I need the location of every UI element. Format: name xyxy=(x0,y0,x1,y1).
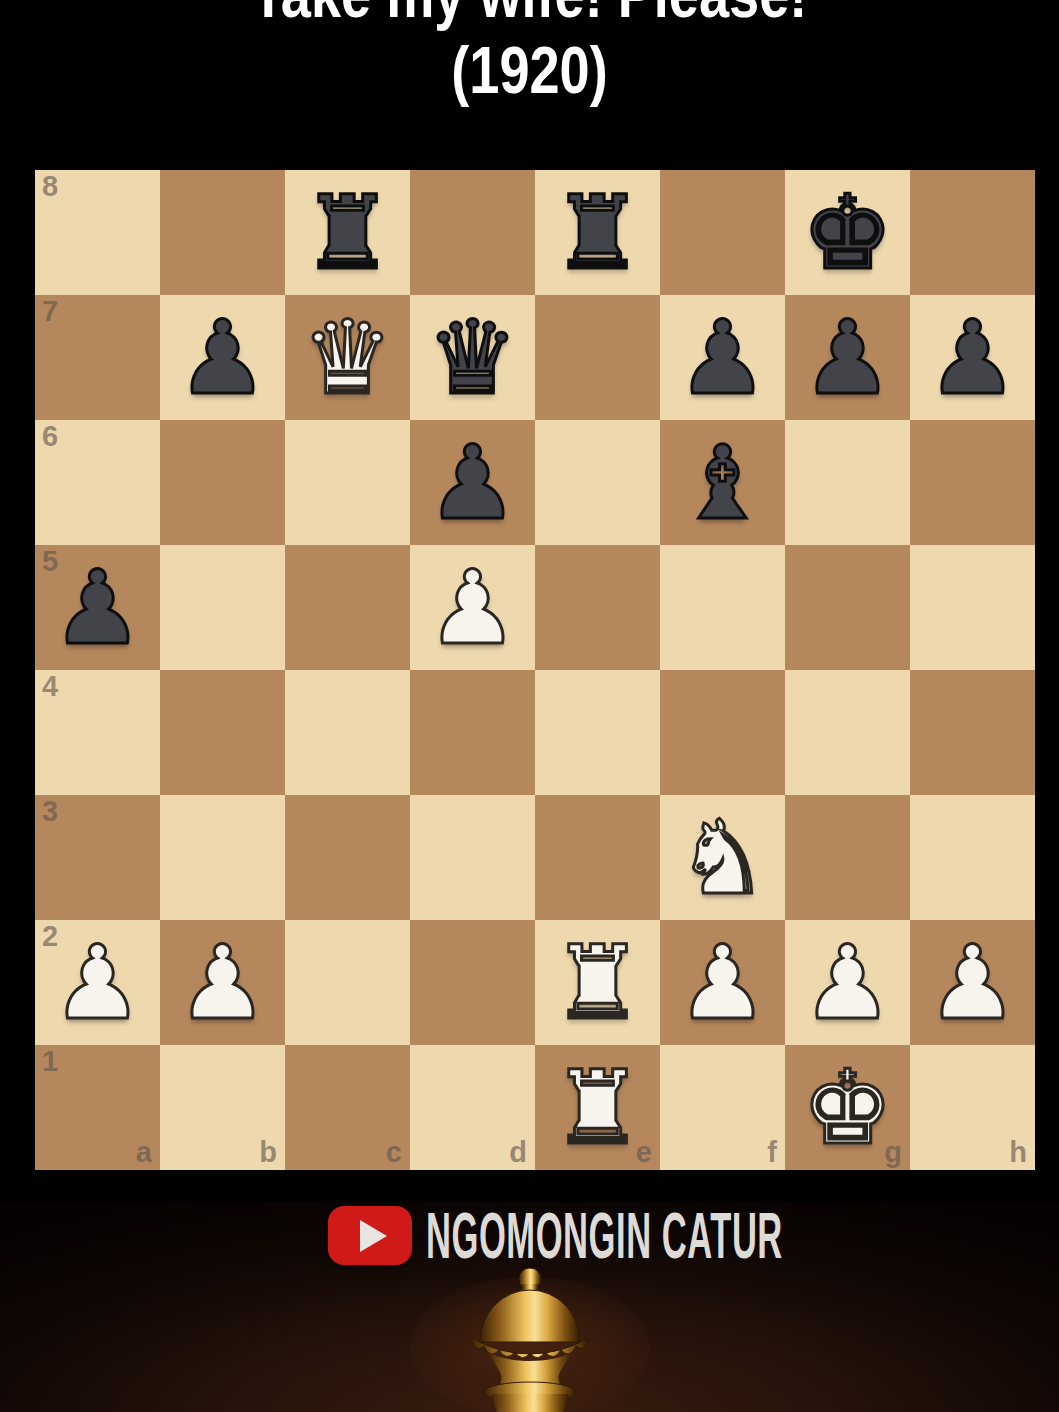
black-bishop: ♝ xyxy=(660,420,785,545)
square-f4 xyxy=(660,670,785,795)
file-label-h: h xyxy=(1009,1138,1027,1167)
square-c1: c xyxy=(285,1045,410,1170)
square-c6 xyxy=(285,420,410,545)
white-pawn: ♟ xyxy=(910,920,1035,1045)
square-d8 xyxy=(410,170,535,295)
square-b4 xyxy=(160,670,285,795)
square-g5 xyxy=(785,545,910,670)
square-b5 xyxy=(160,545,285,670)
square-e2: ♜ xyxy=(535,920,660,1045)
square-e5 xyxy=(535,545,660,670)
square-h1: h xyxy=(910,1045,1035,1170)
square-a7: 7 xyxy=(35,295,160,420)
square-f3: ♞ xyxy=(660,795,785,920)
square-e7 xyxy=(535,295,660,420)
square-d4 xyxy=(410,670,535,795)
white-pawn: ♟ xyxy=(660,920,785,1045)
square-f2: ♟ xyxy=(660,920,785,1045)
play-triangle-icon xyxy=(360,1220,387,1252)
black-pawn: ♟ xyxy=(35,545,160,670)
square-c7: ♛ xyxy=(285,295,410,420)
square-f1: f xyxy=(660,1045,785,1170)
white-queen: ♛ xyxy=(285,295,410,420)
square-d3 xyxy=(410,795,535,920)
square-e6 xyxy=(535,420,660,545)
black-pawn: ♟ xyxy=(785,295,910,420)
rank-label-6: 6 xyxy=(42,422,58,451)
square-d7: ♛ xyxy=(410,295,535,420)
square-b7: ♟ xyxy=(160,295,285,420)
youtube-play-icon xyxy=(328,1206,412,1265)
black-pawn: ♟ xyxy=(410,420,535,545)
title-line-2: (1920) xyxy=(95,32,963,108)
square-a8: 8 xyxy=(35,170,160,295)
white-king: ♚ xyxy=(785,1045,910,1170)
white-pawn: ♟ xyxy=(410,545,535,670)
square-c8: ♜ xyxy=(285,170,410,295)
square-b3 xyxy=(160,795,285,920)
file-label-a: a xyxy=(136,1138,152,1167)
square-a2: 2♟ xyxy=(35,920,160,1045)
square-d1: d xyxy=(410,1045,535,1170)
square-h4 xyxy=(910,670,1035,795)
black-pawn: ♟ xyxy=(160,295,285,420)
square-h3 xyxy=(910,795,1035,920)
square-a1: 1a xyxy=(35,1045,160,1170)
square-b6 xyxy=(160,420,285,545)
square-e8: ♜ xyxy=(535,170,660,295)
square-g3 xyxy=(785,795,910,920)
rank-label-8: 8 xyxy=(42,172,58,201)
white-rook: ♜ xyxy=(535,1045,660,1170)
rank-label-1: 1 xyxy=(42,1047,58,1076)
title-block: Take my wife! Please! (1920) xyxy=(0,0,1059,108)
square-d5: ♟ xyxy=(410,545,535,670)
square-b1: b xyxy=(160,1045,285,1170)
chess-board: 8♜♜♚7♟♛♛♟♟♟6♟♝5♟♟43♞2♟♟♜♟♟♟1abcde♜fg♚h xyxy=(35,170,1035,1170)
file-label-d: d xyxy=(509,1138,527,1167)
black-rook: ♜ xyxy=(535,170,660,295)
square-g7: ♟ xyxy=(785,295,910,420)
square-a3: 3 xyxy=(35,795,160,920)
rank-label-4: 4 xyxy=(42,672,58,701)
square-h7: ♟ xyxy=(910,295,1035,420)
black-rook: ♜ xyxy=(285,170,410,295)
white-pawn: ♟ xyxy=(35,920,160,1045)
footer-banner: NGOMONGIN CATUR xyxy=(0,1202,1059,1412)
square-h6 xyxy=(910,420,1035,545)
file-label-c: c xyxy=(386,1138,402,1167)
rank-label-3: 3 xyxy=(42,797,58,826)
file-label-b: b xyxy=(259,1138,277,1167)
square-g4 xyxy=(785,670,910,795)
rank-label-7: 7 xyxy=(42,297,58,326)
square-f7: ♟ xyxy=(660,295,785,420)
square-g1: g♚ xyxy=(785,1045,910,1170)
square-e4 xyxy=(535,670,660,795)
video-frame: Take my wife! Please! (1920) 8♜♜♚7♟♛♛♟♟♟… xyxy=(0,0,1059,1412)
square-c5 xyxy=(285,545,410,670)
title-line-1: Take my wife! Please! xyxy=(95,0,963,32)
white-rook: ♜ xyxy=(535,920,660,1045)
square-h5 xyxy=(910,545,1035,670)
square-g2: ♟ xyxy=(785,920,910,1045)
square-d2 xyxy=(410,920,535,1045)
black-pawn: ♟ xyxy=(660,295,785,420)
square-h2: ♟ xyxy=(910,920,1035,1045)
black-pawn: ♟ xyxy=(910,295,1035,420)
square-a6: 6 xyxy=(35,420,160,545)
square-h8 xyxy=(910,170,1035,295)
square-c3 xyxy=(285,795,410,920)
square-g6 xyxy=(785,420,910,545)
white-knight: ♞ xyxy=(660,795,785,920)
black-queen: ♛ xyxy=(410,295,535,420)
square-a5: 5♟ xyxy=(35,545,160,670)
square-f8 xyxy=(660,170,785,295)
square-g8: ♚ xyxy=(785,170,910,295)
square-e3 xyxy=(535,795,660,920)
square-c4 xyxy=(285,670,410,795)
square-e1: e♜ xyxy=(535,1045,660,1170)
square-f6: ♝ xyxy=(660,420,785,545)
square-c2 xyxy=(285,920,410,1045)
golden-queen-photo xyxy=(405,1262,655,1412)
white-pawn: ♟ xyxy=(785,920,910,1045)
file-label-f: f xyxy=(767,1138,777,1167)
square-b8 xyxy=(160,170,285,295)
black-king: ♚ xyxy=(785,170,910,295)
channel-name-wrap: NGOMONGIN CATUR xyxy=(426,1206,1059,1265)
square-f5 xyxy=(660,545,785,670)
square-a4: 4 xyxy=(35,670,160,795)
square-d6: ♟ xyxy=(410,420,535,545)
white-pawn: ♟ xyxy=(160,920,285,1045)
square-b2: ♟ xyxy=(160,920,285,1045)
